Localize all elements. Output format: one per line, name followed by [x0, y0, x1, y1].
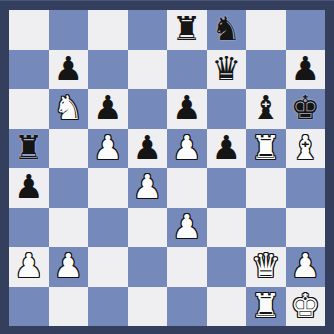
square-h3[interactable] — [286, 208, 326, 248]
square-f6[interactable] — [207, 89, 247, 129]
square-e6[interactable]: ♟ — [167, 89, 207, 129]
piece-black-pawn[interactable]: ♟ — [167, 89, 207, 129]
board-frame: ♜♞♟♛♟♞♟♟♝♚♜♟♟♟♟♜♝♟♟♟♟♟♛♟♜♚ — [0, 0, 334, 334]
square-b4[interactable] — [49, 168, 89, 208]
square-d5[interactable]: ♟ — [128, 129, 168, 169]
piece-white-pawn[interactable]: ♟ — [88, 129, 128, 169]
square-h4[interactable] — [286, 168, 326, 208]
piece-white-pawn[interactable]: ♟ — [49, 247, 89, 287]
square-c3[interactable] — [88, 208, 128, 248]
piece-black-queen[interactable]: ♛ — [207, 50, 247, 90]
square-d1[interactable] — [128, 287, 168, 327]
square-f3[interactable] — [207, 208, 247, 248]
square-a5[interactable]: ♜ — [9, 129, 49, 169]
square-a8[interactable] — [9, 10, 49, 50]
square-a4[interactable]: ♟ — [9, 168, 49, 208]
square-h7[interactable]: ♟ — [286, 50, 326, 90]
square-a1[interactable] — [9, 287, 49, 327]
piece-white-pawn[interactable]: ♟ — [128, 168, 168, 208]
square-d3[interactable] — [128, 208, 168, 248]
square-d7[interactable] — [128, 50, 168, 90]
square-b2[interactable]: ♟ — [49, 247, 89, 287]
square-g2[interactable]: ♛ — [246, 247, 286, 287]
square-f5[interactable]: ♟ — [207, 129, 247, 169]
square-g7[interactable] — [246, 50, 286, 90]
square-a3[interactable] — [9, 208, 49, 248]
piece-black-pawn[interactable]: ♟ — [49, 50, 89, 90]
piece-black-king[interactable]: ♚ — [286, 89, 326, 129]
piece-black-knight[interactable]: ♞ — [207, 10, 247, 50]
piece-black-pawn[interactable]: ♟ — [128, 129, 168, 169]
square-c5[interactable]: ♟ — [88, 129, 128, 169]
square-a7[interactable] — [9, 50, 49, 90]
piece-white-rook[interactable]: ♜ — [246, 129, 286, 169]
piece-black-pawn[interactable]: ♟ — [9, 168, 49, 208]
piece-white-bishop[interactable]: ♝ — [286, 129, 326, 169]
square-g5[interactable]: ♜ — [246, 129, 286, 169]
piece-white-pawn[interactable]: ♟ — [286, 247, 326, 287]
square-e8[interactable]: ♜ — [167, 10, 207, 50]
square-e2[interactable] — [167, 247, 207, 287]
square-b8[interactable] — [49, 10, 89, 50]
square-c2[interactable] — [88, 247, 128, 287]
square-c6[interactable]: ♟ — [88, 89, 128, 129]
square-e4[interactable] — [167, 168, 207, 208]
square-b7[interactable]: ♟ — [49, 50, 89, 90]
piece-white-queen[interactable]: ♛ — [246, 247, 286, 287]
piece-white-pawn[interactable]: ♟ — [9, 247, 49, 287]
square-e1[interactable] — [167, 287, 207, 327]
square-g3[interactable] — [246, 208, 286, 248]
square-e7[interactable] — [167, 50, 207, 90]
square-c8[interactable] — [88, 10, 128, 50]
square-h6[interactable]: ♚ — [286, 89, 326, 129]
square-b6[interactable]: ♞ — [49, 89, 89, 129]
square-f2[interactable] — [207, 247, 247, 287]
square-b5[interactable] — [49, 129, 89, 169]
square-g4[interactable] — [246, 168, 286, 208]
square-f4[interactable] — [207, 168, 247, 208]
square-h8[interactable] — [286, 10, 326, 50]
square-b1[interactable] — [49, 287, 89, 327]
piece-black-rook[interactable]: ♜ — [9, 129, 49, 169]
square-h1[interactable]: ♚ — [286, 287, 326, 327]
square-e5[interactable]: ♟ — [167, 129, 207, 169]
square-g6[interactable]: ♝ — [246, 89, 286, 129]
piece-black-pawn[interactable]: ♟ — [88, 89, 128, 129]
piece-white-pawn[interactable]: ♟ — [167, 129, 207, 169]
piece-black-pawn[interactable]: ♟ — [286, 50, 326, 90]
square-f1[interactable] — [207, 287, 247, 327]
square-d8[interactable] — [128, 10, 168, 50]
piece-black-rook[interactable]: ♜ — [167, 10, 207, 50]
square-c4[interactable] — [88, 168, 128, 208]
square-d6[interactable] — [128, 89, 168, 129]
square-d4[interactable]: ♟ — [128, 168, 168, 208]
piece-white-pawn[interactable]: ♟ — [167, 208, 207, 248]
chess-board: ♜♞♟♛♟♞♟♟♝♚♜♟♟♟♟♜♝♟♟♟♟♟♛♟♜♚ — [9, 10, 325, 326]
piece-white-king[interactable]: ♚ — [286, 287, 326, 327]
square-f7[interactable]: ♛ — [207, 50, 247, 90]
square-c1[interactable] — [88, 287, 128, 327]
square-h5[interactable]: ♝ — [286, 129, 326, 169]
square-b3[interactable] — [49, 208, 89, 248]
square-a6[interactable] — [9, 89, 49, 129]
square-g8[interactable] — [246, 10, 286, 50]
square-g1[interactable]: ♜ — [246, 287, 286, 327]
square-d2[interactable] — [128, 247, 168, 287]
square-f8[interactable]: ♞ — [207, 10, 247, 50]
square-h2[interactable]: ♟ — [286, 247, 326, 287]
square-c7[interactable] — [88, 50, 128, 90]
square-a2[interactable]: ♟ — [9, 247, 49, 287]
piece-white-knight[interactable]: ♞ — [49, 89, 89, 129]
piece-white-rook[interactable]: ♜ — [246, 287, 286, 327]
square-e3[interactable]: ♟ — [167, 208, 207, 248]
piece-black-bishop[interactable]: ♝ — [246, 89, 286, 129]
piece-black-pawn[interactable]: ♟ — [207, 129, 247, 169]
